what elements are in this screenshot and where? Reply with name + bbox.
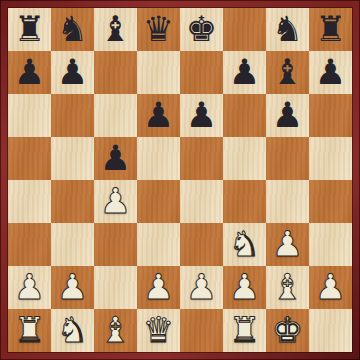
- square-e1[interactable]: [180, 309, 223, 352]
- piece-white-pawn[interactable]: ♟: [315, 266, 346, 309]
- piece-black-bishop[interactable]: ♝: [272, 51, 303, 94]
- square-g4[interactable]: [266, 180, 309, 223]
- square-d1[interactable]: ♛: [137, 309, 180, 352]
- square-b7[interactable]: ♟: [51, 51, 94, 94]
- square-f2[interactable]: ♟: [223, 266, 266, 309]
- square-b5[interactable]: [51, 137, 94, 180]
- piece-black-pawn[interactable]: ♟: [186, 94, 217, 137]
- square-h2[interactable]: ♟: [309, 266, 352, 309]
- chess-board: ♜♞♝♛♚♞♜♟♟♟♝♟♟♟♟♟♟♞♟♟♟♟♟♟♝♟♜♞♝♛♜♚: [8, 8, 352, 352]
- piece-black-knight[interactable]: ♞: [57, 8, 88, 51]
- piece-white-king[interactable]: ♚: [272, 309, 303, 352]
- piece-white-knight[interactable]: ♞: [57, 309, 88, 352]
- square-f6[interactable]: [223, 94, 266, 137]
- square-g1[interactable]: ♚: [266, 309, 309, 352]
- piece-white-bishop[interactable]: ♝: [100, 309, 131, 352]
- square-d8[interactable]: ♛: [137, 8, 180, 51]
- piece-black-rook[interactable]: ♜: [14, 8, 45, 51]
- square-e3[interactable]: [180, 223, 223, 266]
- piece-white-pawn[interactable]: ♟: [57, 266, 88, 309]
- square-e2[interactable]: ♟: [180, 266, 223, 309]
- piece-black-queen[interactable]: ♛: [143, 8, 174, 51]
- square-b1[interactable]: ♞: [51, 309, 94, 352]
- square-b4[interactable]: [51, 180, 94, 223]
- piece-white-pawn[interactable]: ♟: [229, 266, 260, 309]
- square-b6[interactable]: [51, 94, 94, 137]
- piece-white-bishop[interactable]: ♝: [272, 266, 303, 309]
- square-f7[interactable]: ♟: [223, 51, 266, 94]
- square-e5[interactable]: [180, 137, 223, 180]
- square-d3[interactable]: [137, 223, 180, 266]
- square-b8[interactable]: ♞: [51, 8, 94, 51]
- square-b2[interactable]: ♟: [51, 266, 94, 309]
- square-b3[interactable]: [51, 223, 94, 266]
- square-c2[interactable]: [94, 266, 137, 309]
- square-e4[interactable]: [180, 180, 223, 223]
- piece-white-pawn[interactable]: ♟: [186, 266, 217, 309]
- piece-white-rook[interactable]: ♜: [229, 309, 260, 352]
- square-d6[interactable]: ♟: [137, 94, 180, 137]
- square-g3[interactable]: ♟: [266, 223, 309, 266]
- piece-white-pawn[interactable]: ♟: [143, 266, 174, 309]
- piece-black-pawn[interactable]: ♟: [14, 51, 45, 94]
- square-g6[interactable]: ♟: [266, 94, 309, 137]
- square-a2[interactable]: ♟: [8, 266, 51, 309]
- piece-white-knight[interactable]: ♞: [229, 223, 260, 266]
- square-h6[interactable]: [309, 94, 352, 137]
- piece-white-queen[interactable]: ♛: [143, 309, 174, 352]
- square-a1[interactable]: ♜: [8, 309, 51, 352]
- square-e7[interactable]: [180, 51, 223, 94]
- square-a6[interactable]: [8, 94, 51, 137]
- piece-black-knight[interactable]: ♞: [272, 8, 303, 51]
- square-d4[interactable]: [137, 180, 180, 223]
- square-g5[interactable]: [266, 137, 309, 180]
- piece-black-pawn[interactable]: ♟: [100, 137, 131, 180]
- piece-black-bishop[interactable]: ♝: [100, 8, 131, 51]
- square-h7[interactable]: ♟: [309, 51, 352, 94]
- square-a3[interactable]: [8, 223, 51, 266]
- square-a7[interactable]: ♟: [8, 51, 51, 94]
- square-c5[interactable]: ♟: [94, 137, 137, 180]
- square-g8[interactable]: ♞: [266, 8, 309, 51]
- square-g2[interactable]: ♝: [266, 266, 309, 309]
- piece-black-pawn[interactable]: ♟: [143, 94, 174, 137]
- board-frame: ♜♞♝♛♚♞♜♟♟♟♝♟♟♟♟♟♟♞♟♟♟♟♟♟♝♟♜♞♝♛♜♚: [0, 0, 360, 360]
- piece-white-pawn[interactable]: ♟: [272, 223, 303, 266]
- piece-white-pawn[interactable]: ♟: [14, 266, 45, 309]
- square-g7[interactable]: ♝: [266, 51, 309, 94]
- square-c7[interactable]: [94, 51, 137, 94]
- piece-black-pawn[interactable]: ♟: [272, 94, 303, 137]
- square-c3[interactable]: [94, 223, 137, 266]
- piece-black-king[interactable]: ♚: [186, 8, 217, 51]
- square-a8[interactable]: ♜: [8, 8, 51, 51]
- square-h3[interactable]: [309, 223, 352, 266]
- square-h8[interactable]: ♜: [309, 8, 352, 51]
- square-h5[interactable]: [309, 137, 352, 180]
- square-h4[interactable]: [309, 180, 352, 223]
- piece-black-pawn[interactable]: ♟: [229, 51, 260, 94]
- square-d5[interactable]: [137, 137, 180, 180]
- square-c4[interactable]: ♟: [94, 180, 137, 223]
- square-f4[interactable]: [223, 180, 266, 223]
- square-f1[interactable]: ♜: [223, 309, 266, 352]
- square-f8[interactable]: [223, 8, 266, 51]
- piece-white-rook[interactable]: ♜: [14, 309, 45, 352]
- square-d2[interactable]: ♟: [137, 266, 180, 309]
- square-h1[interactable]: [309, 309, 352, 352]
- square-f3[interactable]: ♞: [223, 223, 266, 266]
- square-a4[interactable]: [8, 180, 51, 223]
- square-c6[interactable]: [94, 94, 137, 137]
- piece-black-pawn[interactable]: ♟: [57, 51, 88, 94]
- piece-white-pawn[interactable]: ♟: [100, 180, 131, 223]
- square-f5[interactable]: [223, 137, 266, 180]
- square-d7[interactable]: [137, 51, 180, 94]
- square-e6[interactable]: ♟: [180, 94, 223, 137]
- square-e8[interactable]: ♚: [180, 8, 223, 51]
- square-c1[interactable]: ♝: [94, 309, 137, 352]
- piece-black-rook[interactable]: ♜: [315, 8, 346, 51]
- square-c8[interactable]: ♝: [94, 8, 137, 51]
- piece-black-pawn[interactable]: ♟: [315, 51, 346, 94]
- square-a5[interactable]: [8, 137, 51, 180]
